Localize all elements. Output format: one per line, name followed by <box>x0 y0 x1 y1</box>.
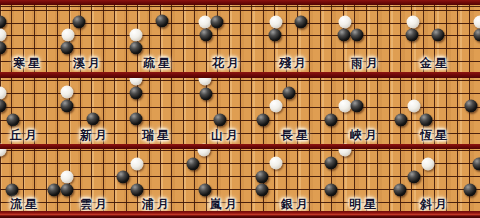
black-stone <box>187 158 200 171</box>
white-stone <box>270 16 283 29</box>
white-stone <box>61 86 74 99</box>
black-stone <box>87 113 100 126</box>
white-stone <box>474 16 480 29</box>
black-stone <box>283 87 296 100</box>
renju-openings-chart: 寒星溪月疏星花月殘月雨月金星丘月新月瑞星山月長星峽月恆星流星雲月浦月嵐月銀月明星… <box>0 0 480 218</box>
opening-label: 新月 <box>80 127 110 144</box>
opening-label: 花月 <box>212 55 242 72</box>
window-border-top <box>0 0 480 5</box>
white-stone <box>130 29 143 42</box>
black-stone <box>214 114 227 127</box>
opening-label: 浦月 <box>142 196 172 213</box>
black-stone <box>130 113 143 126</box>
black-stone <box>464 184 477 197</box>
black-stone <box>465 100 478 113</box>
opening-label: 丘月 <box>10 127 40 144</box>
opening-label: 斜月 <box>420 196 450 213</box>
black-stone <box>256 184 269 197</box>
opening-label: 金星 <box>420 55 450 72</box>
white-stone <box>422 158 435 171</box>
white-stone <box>61 171 74 184</box>
white-stone <box>339 16 352 29</box>
white-stone <box>407 16 420 29</box>
black-stone <box>432 29 445 42</box>
black-stone <box>211 16 224 29</box>
black-stone <box>269 29 282 42</box>
black-stone <box>295 16 308 29</box>
opening-label: 瑞星 <box>142 127 172 144</box>
black-stone <box>420 114 433 127</box>
black-stone <box>61 184 74 197</box>
black-stone <box>351 29 364 42</box>
black-stone <box>156 15 169 28</box>
black-stone <box>473 158 480 171</box>
opening-label: 明星 <box>349 196 379 213</box>
black-stone <box>130 87 143 100</box>
opening-label: 寒星 <box>13 55 43 72</box>
opening-label: 雨月 <box>351 55 381 72</box>
opening-label: 山月 <box>211 127 241 144</box>
black-stone <box>474 29 480 42</box>
opening-label: 疏星 <box>143 55 173 72</box>
black-stone <box>351 100 364 113</box>
black-stone <box>7 114 20 127</box>
opening-label: 長星 <box>281 127 311 144</box>
opening-label: 峽月 <box>350 127 380 144</box>
opening-label: 銀月 <box>281 196 311 213</box>
opening-label: 嵐月 <box>210 196 240 213</box>
black-stone <box>406 29 419 42</box>
black-stone <box>257 114 270 127</box>
black-stone <box>325 157 338 170</box>
opening-label: 恆星 <box>420 127 450 144</box>
black-stone <box>408 171 421 184</box>
white-stone <box>62 29 75 42</box>
black-stone <box>117 171 130 184</box>
black-stone <box>48 184 61 197</box>
black-stone <box>130 42 143 55</box>
black-stone <box>394 184 407 197</box>
black-stone <box>200 88 213 101</box>
opening-label: 雲月 <box>80 196 110 213</box>
black-stone <box>325 184 338 197</box>
black-stone <box>325 114 338 127</box>
black-stone <box>61 42 74 55</box>
opening-label: 殘月 <box>279 55 309 72</box>
white-stone <box>270 157 283 170</box>
black-stone <box>200 29 213 42</box>
white-stone <box>408 100 421 113</box>
black-stone <box>61 100 74 113</box>
black-stone <box>338 29 351 42</box>
black-stone <box>73 16 86 29</box>
black-stone <box>256 171 269 184</box>
opening-label: 流星 <box>10 196 40 213</box>
opening-label: 溪月 <box>73 55 103 72</box>
black-stone <box>395 114 408 127</box>
white-stone <box>131 158 144 171</box>
row-separator-bar-2 <box>0 144 480 149</box>
window-border-bottom <box>0 211 480 218</box>
row-separator-bar-1 <box>0 72 480 78</box>
white-stone <box>270 100 283 113</box>
